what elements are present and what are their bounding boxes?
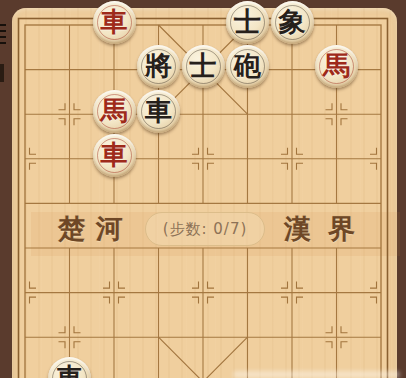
piece-black-advisor[interactable]: 士 xyxy=(182,45,225,88)
game-screen: 楚河 漢界 (步数: 0/7) 車士象將士砲馬馬車車車 xyxy=(0,0,406,378)
piece-black-chariot[interactable]: 車 xyxy=(137,90,180,133)
move-counter-text: (步数: 0/7) xyxy=(163,220,248,239)
screen-edge-artifact xyxy=(0,64,4,82)
piece-black-advisor[interactable]: 士 xyxy=(226,1,269,44)
screen-edge-artifact xyxy=(0,24,6,46)
piece-glyph: 車 xyxy=(101,0,128,43)
river-label-han-jie: 漢界 xyxy=(284,211,372,247)
move-counter: (步数: 0/7) xyxy=(145,212,265,246)
piece-glyph: 馬 xyxy=(101,89,128,132)
piece-red-horse[interactable]: 馬 xyxy=(93,90,136,133)
piece-glyph: 將 xyxy=(145,44,172,87)
piece-glyph: 砲 xyxy=(234,44,261,87)
piece-glyph: 馬 xyxy=(323,44,350,87)
piece-glyph: 車 xyxy=(101,133,128,176)
piece-red-chariot[interactable]: 車 xyxy=(93,134,136,177)
piece-black-elephant[interactable]: 象 xyxy=(271,1,314,44)
piece-glyph: 車 xyxy=(56,356,83,378)
piece-black-cannon[interactable]: 砲 xyxy=(226,45,269,88)
piece-glyph: 士 xyxy=(234,0,261,43)
piece-glyph: 象 xyxy=(279,0,306,43)
piece-red-chariot[interactable]: 車 xyxy=(93,1,136,44)
river-label-chu-he: 楚河 xyxy=(58,211,134,247)
piece-glyph: 車 xyxy=(145,89,172,132)
piece-glyph: 士 xyxy=(190,44,217,87)
bottom-glare xyxy=(233,371,400,378)
piece-black-general[interactable]: 將 xyxy=(137,45,180,88)
piece-red-horse[interactable]: 馬 xyxy=(315,45,358,88)
